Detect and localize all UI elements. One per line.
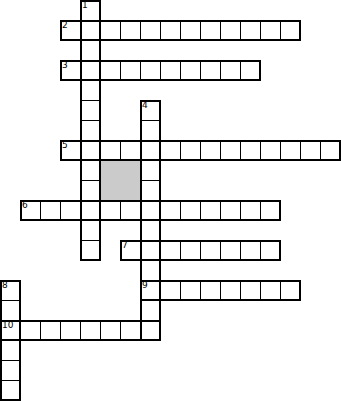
crossword-cell[interactable] <box>200 280 221 301</box>
crossword-cell[interactable] <box>260 240 281 261</box>
crossword-cell[interactable] <box>80 20 101 41</box>
crossword-cell[interactable] <box>300 140 321 161</box>
crossword-cell[interactable] <box>240 140 261 161</box>
crossword-cell[interactable] <box>260 140 281 161</box>
crossword-cell[interactable] <box>280 280 301 301</box>
crossword-cell[interactable] <box>0 340 21 361</box>
crossword-cell[interactable] <box>120 200 141 221</box>
crossword-cell[interactable] <box>20 320 41 341</box>
crossword-cell[interactable] <box>220 280 241 301</box>
crossword-cell[interactable] <box>220 20 241 41</box>
crossword-cell[interactable] <box>20 200 41 221</box>
crossword-cell[interactable] <box>180 140 201 161</box>
crossword-cell[interactable] <box>80 320 101 341</box>
crossword-cell[interactable] <box>80 40 101 61</box>
crossword-cell[interactable] <box>120 60 141 81</box>
crossword-cell[interactable] <box>160 20 181 41</box>
crossword-cell[interactable] <box>80 60 101 81</box>
crossword-cell[interactable] <box>80 80 101 101</box>
crossword-cell[interactable] <box>80 0 101 21</box>
crossword-cell[interactable] <box>100 200 121 221</box>
crossword-cell[interactable] <box>60 140 81 161</box>
crossword-cell[interactable] <box>120 140 141 161</box>
crossword-cell[interactable] <box>140 220 161 241</box>
crossword-cell[interactable] <box>140 240 161 261</box>
crossword-cell[interactable] <box>0 280 21 301</box>
crossword-cell[interactable] <box>140 60 161 81</box>
crossword-cell[interactable] <box>140 180 161 201</box>
crossword-cell[interactable] <box>180 60 201 81</box>
crossword-cell[interactable] <box>240 280 261 301</box>
crossword-cell[interactable] <box>140 140 161 161</box>
crossword-cell[interactable] <box>160 60 181 81</box>
crossword-cell[interactable] <box>160 200 181 221</box>
crossword-cell[interactable] <box>240 20 261 41</box>
crossword-cell[interactable] <box>60 20 81 41</box>
crossword-cell[interactable] <box>180 200 201 221</box>
crossword-cell[interactable] <box>180 240 201 261</box>
crossword-cell[interactable] <box>100 140 121 161</box>
crossword-cell[interactable] <box>80 200 101 221</box>
crossword-cell[interactable] <box>80 240 101 261</box>
crossword-cell[interactable] <box>60 320 81 341</box>
crossword-cell[interactable] <box>220 200 241 221</box>
crossword-cell[interactable] <box>200 140 221 161</box>
crossword-cell[interactable] <box>240 60 261 81</box>
crossword-cell[interactable] <box>0 320 21 341</box>
crossword-cell[interactable] <box>180 20 201 41</box>
crossword-cell[interactable] <box>80 220 101 241</box>
crossword-cell[interactable] <box>140 120 161 141</box>
crossword-cell[interactable] <box>140 300 161 321</box>
crossword-cell[interactable] <box>140 160 161 181</box>
crossword-cell[interactable] <box>100 60 121 81</box>
crossword-cell[interactable] <box>80 120 101 141</box>
crossword-cell[interactable] <box>260 20 281 41</box>
crossword-cell[interactable] <box>140 260 161 281</box>
crossword-cell[interactable] <box>240 200 261 221</box>
crossword-cell[interactable] <box>80 140 101 161</box>
crossword-cell[interactable] <box>140 100 161 121</box>
crossword-cell[interactable] <box>160 240 181 261</box>
crossword-cell[interactable] <box>140 200 161 221</box>
crossword-cell[interactable] <box>200 240 221 261</box>
crossword-cell[interactable] <box>140 320 161 341</box>
crossword-cell[interactable] <box>0 300 21 321</box>
crossword-cell[interactable] <box>60 200 81 221</box>
crossword-cell[interactable] <box>160 140 181 161</box>
crossword-cell[interactable] <box>200 20 221 41</box>
crossword-cell[interactable] <box>140 20 161 41</box>
crossword-cell[interactable] <box>80 180 101 201</box>
crossword-cell[interactable] <box>40 320 61 341</box>
crossword-grid: 12345678910 <box>0 0 341 401</box>
crossword-cell[interactable] <box>220 240 241 261</box>
crossword-cell[interactable] <box>60 60 81 81</box>
crossword-cell[interactable] <box>100 320 121 341</box>
crossword-cell[interactable] <box>280 20 301 41</box>
crossword-cell[interactable] <box>240 240 261 261</box>
crossword-cell[interactable] <box>260 200 281 221</box>
crossword-cell[interactable] <box>100 20 121 41</box>
crossword-cell[interactable] <box>220 140 241 161</box>
crossword-cell[interactable] <box>200 60 221 81</box>
crossword-cell[interactable] <box>260 280 281 301</box>
crossword-cell[interactable] <box>200 200 221 221</box>
crossword-cell[interactable] <box>0 360 21 381</box>
crossword-cell[interactable] <box>180 280 201 301</box>
crossword-cell[interactable] <box>0 380 21 401</box>
crossword-cell[interactable] <box>160 280 181 301</box>
blocked-region <box>100 160 141 201</box>
crossword-cell[interactable] <box>40 200 61 221</box>
crossword-cell[interactable] <box>280 140 301 161</box>
crossword-cell[interactable] <box>80 100 101 121</box>
crossword-cell[interactable] <box>120 20 141 41</box>
crossword-cell[interactable] <box>120 320 141 341</box>
crossword-cell[interactable] <box>320 140 341 161</box>
crossword-cell[interactable] <box>120 240 141 261</box>
crossword-cell[interactable] <box>140 280 161 301</box>
crossword-cell[interactable] <box>80 160 101 181</box>
crossword-cell[interactable] <box>220 60 241 81</box>
